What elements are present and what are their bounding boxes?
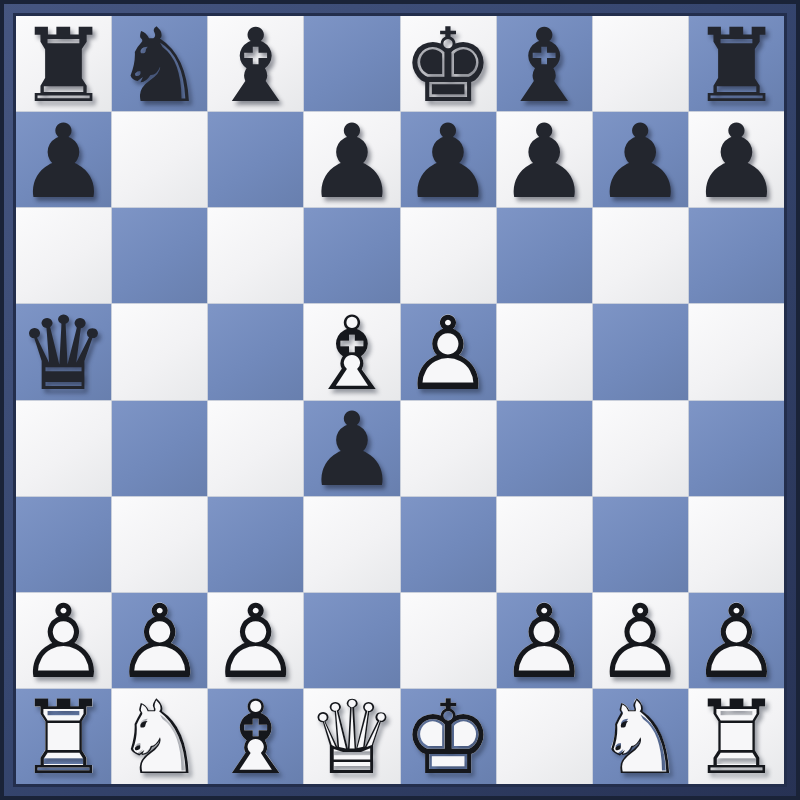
black-king-icon: ♚ xyxy=(401,18,496,113)
square-g4[interactable] xyxy=(593,401,688,496)
white-pawn-piece[interactable]: ♟♙ xyxy=(401,304,496,399)
black-pawn-piece[interactable]: ♟ xyxy=(497,112,592,207)
square-d3[interactable] xyxy=(304,497,399,592)
black-pawn-piece[interactable]: ♟ xyxy=(689,112,784,207)
square-e7[interactable]: ♟ xyxy=(401,112,496,207)
square-c1[interactable]: ♝♗ xyxy=(208,689,303,784)
white-rook-icon: ♜ xyxy=(689,691,784,786)
black-king-piece[interactable]: ♚ xyxy=(401,16,496,111)
white-rook-icon: ♜ xyxy=(16,691,111,786)
square-c6[interactable] xyxy=(208,208,303,303)
white-pawn-piece[interactable]: ♟♙ xyxy=(112,593,207,688)
black-pawn-icon: ♟ xyxy=(497,114,592,209)
white-pawn-outline-icon: ♙ xyxy=(689,595,784,690)
square-c7[interactable] xyxy=(208,112,303,207)
square-c2[interactable]: ♟♙ xyxy=(208,593,303,688)
white-pawn-icon: ♟ xyxy=(112,595,207,690)
square-a5[interactable]: ♛ xyxy=(16,304,111,399)
square-b2[interactable]: ♟♙ xyxy=(112,593,207,688)
white-rook-outline-icon: ♖ xyxy=(16,691,111,786)
black-knight-icon: ♞ xyxy=(112,18,207,113)
square-g8[interactable] xyxy=(593,16,688,111)
square-h5[interactable] xyxy=(689,304,784,399)
square-d8[interactable] xyxy=(304,16,399,111)
square-a2[interactable]: ♟♙ xyxy=(16,593,111,688)
black-pawn-piece[interactable]: ♟ xyxy=(304,112,399,207)
black-bishop-piece[interactable]: ♝ xyxy=(497,16,592,111)
black-pawn-icon: ♟ xyxy=(304,403,399,498)
square-b5[interactable] xyxy=(112,304,207,399)
black-knight-piece[interactable]: ♞ xyxy=(112,16,207,111)
square-b4[interactable] xyxy=(112,401,207,496)
square-d4[interactable]: ♟ xyxy=(304,401,399,496)
white-pawn-outline-icon: ♙ xyxy=(401,306,496,401)
white-bishop-piece[interactable]: ♝♗ xyxy=(208,689,303,784)
white-rook-piece[interactable]: ♜♖ xyxy=(689,689,784,784)
square-c4[interactable] xyxy=(208,401,303,496)
black-bishop-piece[interactable]: ♝ xyxy=(208,16,303,111)
white-knight-icon: ♞ xyxy=(112,691,207,786)
white-queen-piece[interactable]: ♛♕ xyxy=(304,689,399,784)
square-h8[interactable]: ♜ xyxy=(689,16,784,111)
square-d7[interactable]: ♟ xyxy=(304,112,399,207)
square-h4[interactable] xyxy=(689,401,784,496)
white-pawn-outline-icon: ♙ xyxy=(497,595,592,690)
square-b8[interactable]: ♞ xyxy=(112,16,207,111)
black-pawn-piece[interactable]: ♟ xyxy=(16,112,111,207)
white-bishop-outline-icon: ♗ xyxy=(208,691,303,786)
square-f7[interactable]: ♟ xyxy=(497,112,592,207)
white-pawn-icon: ♟ xyxy=(689,595,784,690)
square-b1[interactable]: ♞♘ xyxy=(112,689,207,784)
black-pawn-piece[interactable]: ♟ xyxy=(304,401,399,496)
white-king-piece[interactable]: ♚♔ xyxy=(401,689,496,784)
black-pawn-icon: ♟ xyxy=(593,114,688,209)
white-knight-icon: ♞ xyxy=(593,691,688,786)
black-pawn-piece[interactable]: ♟ xyxy=(401,112,496,207)
black-rook-icon: ♜ xyxy=(16,18,111,113)
black-queen-icon: ♛ xyxy=(16,306,111,401)
white-knight-outline-icon: ♘ xyxy=(112,691,207,786)
chess-board-frame: ♜♞♝♚♝♜♟♟♟♟♟♟♛♝♗♟♙♟♟♙♟♙♟♙♟♙♟♙♟♙♜♖♞♘♝♗♛♕♚♔… xyxy=(0,0,800,800)
white-king-icon: ♚ xyxy=(401,691,496,786)
square-e3[interactable] xyxy=(401,497,496,592)
black-bishop-icon: ♝ xyxy=(497,18,592,113)
square-e5[interactable]: ♟♙ xyxy=(401,304,496,399)
square-d2[interactable] xyxy=(304,593,399,688)
square-d5[interactable]: ♝♗ xyxy=(304,304,399,399)
white-pawn-piece[interactable]: ♟♙ xyxy=(593,593,688,688)
square-h3[interactable] xyxy=(689,497,784,592)
white-pawn-icon: ♟ xyxy=(208,595,303,690)
white-pawn-piece[interactable]: ♟♙ xyxy=(16,593,111,688)
square-b7[interactable] xyxy=(112,112,207,207)
white-queen-outline-icon: ♕ xyxy=(304,691,399,786)
square-b3[interactable] xyxy=(112,497,207,592)
square-e6[interactable] xyxy=(401,208,496,303)
square-b6[interactable] xyxy=(112,208,207,303)
square-g2[interactable]: ♟♙ xyxy=(593,593,688,688)
square-c5[interactable] xyxy=(208,304,303,399)
square-g7[interactable]: ♟ xyxy=(593,112,688,207)
white-bishop-icon: ♝ xyxy=(208,691,303,786)
square-a1[interactable]: ♜♖ xyxy=(16,689,111,784)
square-f4[interactable] xyxy=(497,401,592,496)
black-pawn-icon: ♟ xyxy=(304,114,399,209)
square-f8[interactable]: ♝ xyxy=(497,16,592,111)
white-pawn-piece[interactable]: ♟♙ xyxy=(208,593,303,688)
square-f5[interactable] xyxy=(497,304,592,399)
black-pawn-piece[interactable]: ♟ xyxy=(593,112,688,207)
black-pawn-icon: ♟ xyxy=(16,114,111,209)
black-rook-piece[interactable]: ♜ xyxy=(689,16,784,111)
square-e4[interactable] xyxy=(401,401,496,496)
square-f6[interactable] xyxy=(497,208,592,303)
black-rook-piece[interactable]: ♜ xyxy=(16,16,111,111)
square-a4[interactable] xyxy=(16,401,111,496)
white-rook-piece[interactable]: ♜♖ xyxy=(16,689,111,784)
white-pawn-outline-icon: ♙ xyxy=(16,595,111,690)
square-g3[interactable] xyxy=(593,497,688,592)
square-a7[interactable]: ♟ xyxy=(16,112,111,207)
square-e2[interactable] xyxy=(401,593,496,688)
board-grid: ♜♞♝♚♝♜♟♟♟♟♟♟♛♝♗♟♙♟♟♙♟♙♟♙♟♙♟♙♟♙♜♖♞♘♝♗♛♕♚♔… xyxy=(13,13,787,787)
square-a3[interactable] xyxy=(16,497,111,592)
square-c3[interactable] xyxy=(208,497,303,592)
square-h6[interactable] xyxy=(689,208,784,303)
white-pawn-piece[interactable]: ♟♙ xyxy=(689,593,784,688)
square-f3[interactable] xyxy=(497,497,592,592)
white-pawn-icon: ♟ xyxy=(16,595,111,690)
white-knight-piece[interactable]: ♞♘ xyxy=(112,689,207,784)
white-bishop-piece[interactable]: ♝♗ xyxy=(304,304,399,399)
square-e8[interactable]: ♚ xyxy=(401,16,496,111)
square-h2[interactable]: ♟♙ xyxy=(689,593,784,688)
square-g6[interactable] xyxy=(593,208,688,303)
white-king-outline-icon: ♔ xyxy=(401,691,496,786)
white-knight-outline-icon: ♘ xyxy=(593,691,688,786)
black-pawn-icon: ♟ xyxy=(689,114,784,209)
square-h1[interactable]: ♜♖ xyxy=(689,689,784,784)
white-pawn-piece[interactable]: ♟♙ xyxy=(497,593,592,688)
square-g5[interactable] xyxy=(593,304,688,399)
black-queen-piece[interactable]: ♛ xyxy=(16,304,111,399)
white-pawn-outline-icon: ♙ xyxy=(208,595,303,690)
white-queen-icon: ♛ xyxy=(304,691,399,786)
black-rook-icon: ♜ xyxy=(689,18,784,113)
square-h7[interactable]: ♟ xyxy=(689,112,784,207)
square-d6[interactable] xyxy=(304,208,399,303)
white-pawn-icon: ♟ xyxy=(401,306,496,401)
white-pawn-icon: ♟ xyxy=(497,595,592,690)
square-d1[interactable]: ♛♕ xyxy=(304,689,399,784)
square-f2[interactable]: ♟♙ xyxy=(497,593,592,688)
square-f1[interactable] xyxy=(497,689,592,784)
square-g1[interactable]: ♞♘ xyxy=(593,689,688,784)
square-a8[interactable]: ♜ xyxy=(16,16,111,111)
square-c8[interactable]: ♝ xyxy=(208,16,303,111)
square-a6[interactable] xyxy=(16,208,111,303)
white-pawn-icon: ♟ xyxy=(593,595,688,690)
white-rook-outline-icon: ♖ xyxy=(689,691,784,786)
white-pawn-outline-icon: ♙ xyxy=(112,595,207,690)
white-knight-piece[interactable]: ♞♘ xyxy=(593,689,688,784)
white-pawn-outline-icon: ♙ xyxy=(593,595,688,690)
white-bishop-outline-icon: ♗ xyxy=(304,306,399,401)
square-e1[interactable]: ♚♔ xyxy=(401,689,496,784)
white-bishop-icon: ♝ xyxy=(304,306,399,401)
black-bishop-icon: ♝ xyxy=(208,18,303,113)
black-pawn-icon: ♟ xyxy=(401,114,496,209)
